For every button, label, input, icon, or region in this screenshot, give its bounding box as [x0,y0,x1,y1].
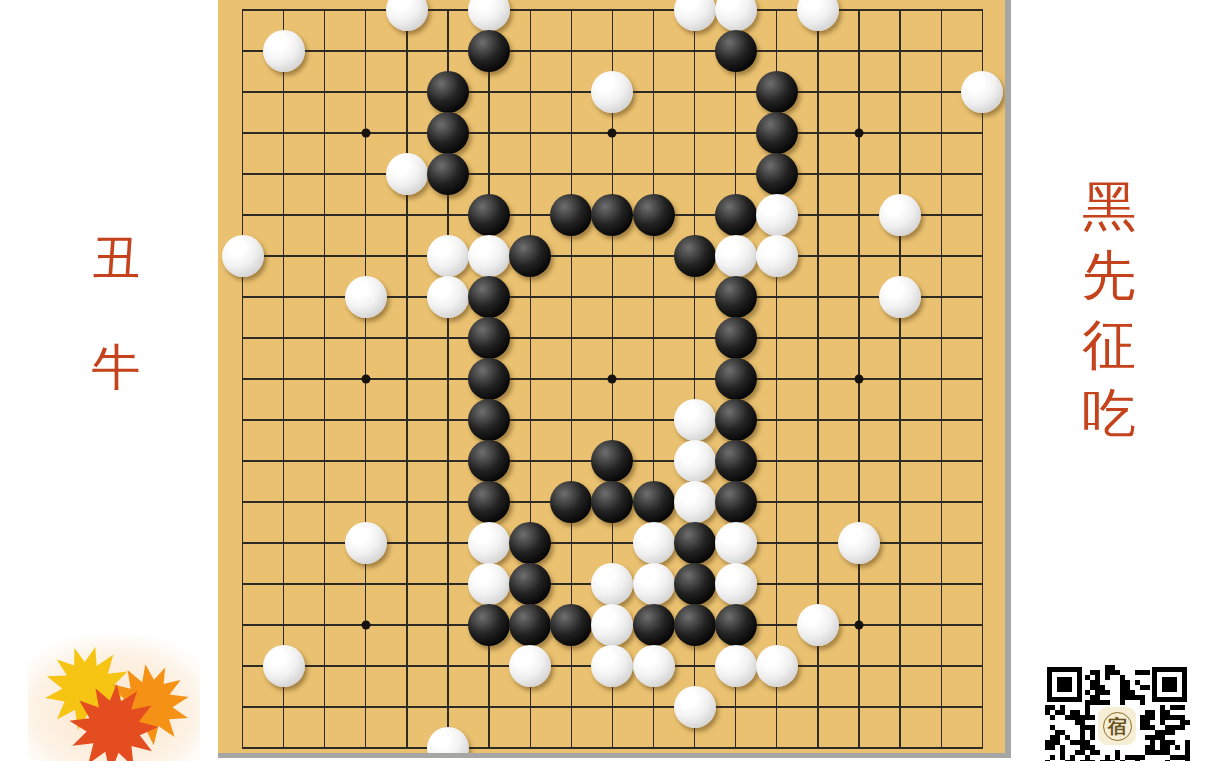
stone-white [797,604,839,646]
stone-black [633,604,675,646]
stone-white [674,0,716,31]
stone-black [591,481,633,523]
stone-white [674,686,716,728]
left-caption-zodiac: 丑牛 [84,234,148,392]
qr-code: 宿 [1043,663,1191,761]
qr-module [1150,715,1155,720]
stone-black [756,153,798,195]
stone-white [674,481,716,523]
qr-module [1105,675,1110,680]
stone-white [715,563,757,605]
stone-black [715,358,757,400]
qr-module [1170,730,1175,735]
stone-white [468,235,510,277]
stone-white [633,645,675,687]
stone-black [509,563,551,605]
stone-black [715,481,757,523]
stone-black [674,522,716,564]
stone-white [715,645,757,687]
stone-black [468,604,510,646]
stone-black [715,317,757,359]
qr-module [1180,705,1185,710]
qr-module [1145,685,1150,690]
stone-black [674,604,716,646]
stone-white [509,645,551,687]
star-point [608,375,617,384]
qr-module [1050,745,1055,750]
star-point [855,375,864,384]
stone-black [633,481,675,523]
stone-black [509,604,551,646]
grid-line-vertical [982,9,983,748]
stone-white [715,0,757,31]
stone-white [674,399,716,441]
stone-white [222,235,264,277]
qr-module [1180,725,1185,730]
stone-black [550,604,592,646]
star-point [361,129,370,138]
stone-black [715,30,757,72]
stone-black [427,71,469,113]
qr-module [1050,715,1055,720]
qr-module [1050,755,1055,760]
grid-line-vertical [941,9,942,748]
qr-module [1095,750,1100,755]
qr-module [1105,690,1110,695]
qr-module [1145,670,1150,675]
stone-black [550,481,592,523]
qr-module [1140,700,1145,705]
stone-black [591,194,633,236]
stone-black [715,399,757,441]
stone-white [591,71,633,113]
stone-white [468,563,510,605]
stone-black [427,112,469,154]
stone-white [427,727,469,758]
stone-black [468,276,510,318]
qr-logo-char: 宿 [1108,717,1127,736]
stone-black [468,30,510,72]
qr-module [1140,755,1145,760]
stone-black [468,194,510,236]
stone-black [509,522,551,564]
stone-white [386,153,428,195]
qr-logo: 宿 [1098,707,1136,745]
qr-module [1185,720,1190,725]
caption-char: 丑 [92,234,141,283]
grid-line-horizontal [242,747,983,748]
stone-white [427,235,469,277]
stone-white [838,522,880,564]
stone-white [961,71,1003,113]
stone-black [550,194,592,236]
stone-black [715,194,757,236]
stone-black [509,235,551,277]
stone-black [715,276,757,318]
stone-black [468,440,510,482]
qr-module [1120,700,1125,705]
stone-white [386,0,428,31]
stone-white [263,645,305,687]
stone-white [756,235,798,277]
stone-black [756,112,798,154]
grid-line-vertical [899,9,900,748]
star-point [608,129,617,138]
stone-white [633,522,675,564]
stone-white [756,645,798,687]
stone-white [263,30,305,72]
stone-white [756,194,798,236]
stone-white [591,563,633,605]
qr-module [1090,735,1095,740]
stone-black [715,440,757,482]
star-point [361,375,370,384]
stone-white [633,563,675,605]
stone-white [345,522,387,564]
stone-black [468,399,510,441]
stone-white [715,522,757,564]
stone-white [468,0,510,31]
stone-black [591,440,633,482]
stone-white [715,235,757,277]
caption-char: 先 [1082,249,1136,303]
stone-black [674,563,716,605]
qr-module [1090,715,1095,720]
stone-black [674,235,716,277]
stone-black [633,194,675,236]
caption-char: 牛 [92,343,141,392]
star-point [361,621,370,630]
stone-black [756,71,798,113]
stone-white [591,604,633,646]
stone-white [345,276,387,318]
caption-char: 吃 [1082,387,1136,441]
go-board [218,0,1011,758]
stone-white [591,645,633,687]
star-point [855,129,864,138]
page: { "game": "go", "board_size": 19, "to_mo… [0,0,1218,761]
grid-line-horizontal [242,419,983,420]
stone-black [715,604,757,646]
qr-finder-pattern [1047,667,1082,702]
stone-black [468,358,510,400]
stone-white [674,440,716,482]
stone-black [468,481,510,523]
stone-white [879,194,921,236]
qr-logo-ring: 宿 [1103,712,1132,741]
stone-white [427,276,469,318]
grid-line-horizontal [242,706,983,707]
maple-leaves-image [28,636,200,761]
star-point [855,621,864,630]
stone-white [797,0,839,31]
stone-white [879,276,921,318]
qr-finder-pattern [1152,667,1187,702]
stone-black [468,317,510,359]
qr-module [1105,700,1110,705]
stone-black [427,153,469,195]
right-caption-problem: 黑先征吃 [1079,180,1139,441]
qr-module [1175,745,1180,750]
caption-char: 黑 [1082,180,1136,234]
caption-char: 征 [1082,318,1136,372]
stone-white [468,522,510,564]
